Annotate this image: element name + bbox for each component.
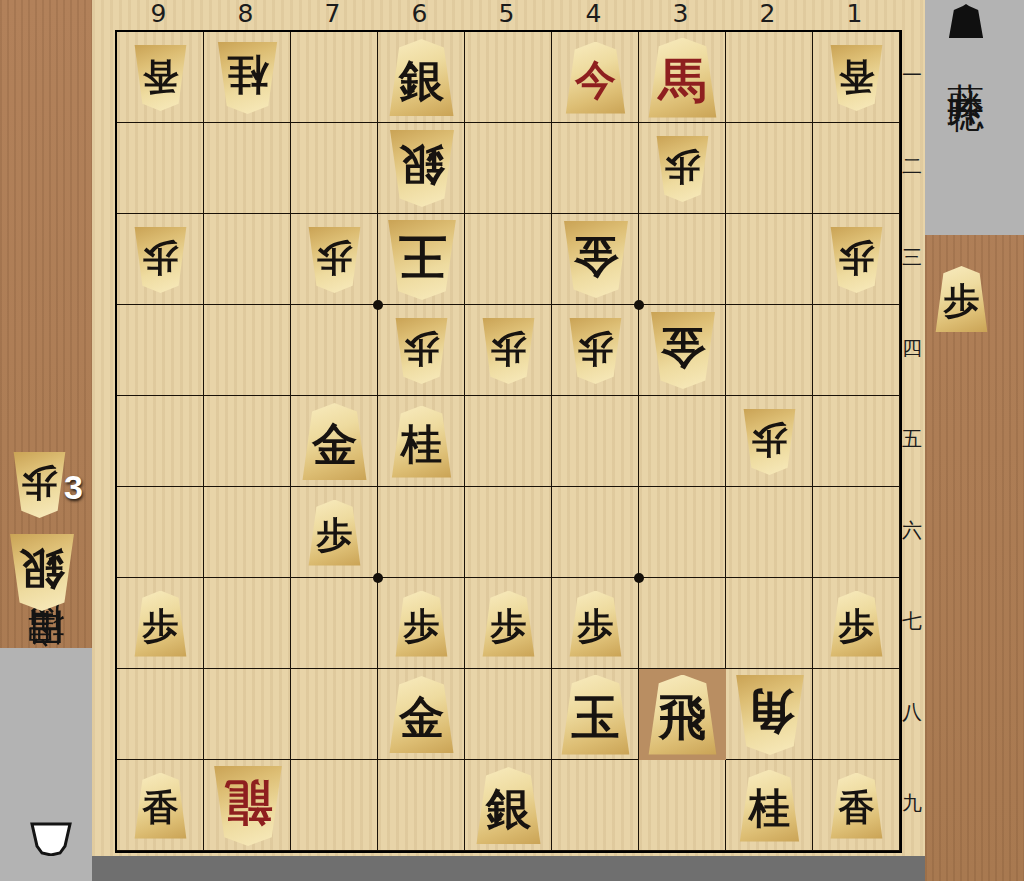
file-labels: 987654321 bbox=[115, 0, 898, 29]
square-9八[interactable] bbox=[117, 669, 204, 760]
sente-player-name: 藤井聡 bbox=[947, 53, 984, 74]
square-6三[interactable]: 王 bbox=[378, 214, 465, 305]
shogi-piece-角[interactable]: 角 bbox=[734, 675, 806, 755]
square-4九[interactable] bbox=[552, 760, 639, 851]
piece-glyph: 歩 bbox=[22, 458, 58, 507]
piece-glyph: 龍 bbox=[224, 770, 272, 834]
shogi-piece-歩[interactable]: 歩 bbox=[481, 318, 536, 384]
star-point bbox=[634, 300, 644, 310]
square-1二[interactable] bbox=[813, 123, 900, 214]
file-label-8: 8 bbox=[202, 0, 289, 29]
piece-glyph: 金 bbox=[399, 688, 444, 748]
rank-label-八: 八 bbox=[899, 667, 925, 758]
shogi-piece-歩[interactable]: 歩 bbox=[307, 500, 362, 566]
piece-glyph: 歩 bbox=[491, 323, 527, 372]
piece-glyph: 歩 bbox=[839, 232, 875, 281]
rank-label-七: 七 bbox=[899, 576, 925, 667]
shogi-piece-銀[interactable]: 銀 bbox=[388, 39, 456, 116]
file-label-4: 4 bbox=[550, 0, 637, 29]
piece-glyph: 銀 bbox=[486, 779, 531, 839]
bottom-strip bbox=[92, 856, 925, 881]
shogi-piece-香[interactable]: 香 bbox=[133, 773, 188, 839]
shogi-piece-歩[interactable]: 歩 bbox=[307, 227, 362, 293]
square-4一[interactable]: 今 bbox=[552, 32, 639, 123]
square-3七[interactable] bbox=[639, 578, 726, 669]
square-3五[interactable] bbox=[639, 396, 726, 487]
square-4八[interactable]: 玉 bbox=[552, 669, 639, 760]
shogi-piece-歩[interactable]: 歩 bbox=[481, 591, 536, 657]
board-grid: 香桂銀今馬香銀歩歩歩王金歩歩歩歩金金桂歩歩歩歩歩歩歩金玉飛角香龍銀桂香 bbox=[117, 32, 900, 851]
shogi-piece-歩[interactable]: 歩 bbox=[394, 591, 449, 657]
file-label-6: 6 bbox=[376, 0, 463, 29]
square-3八[interactable]: 飛 bbox=[639, 669, 726, 760]
shogi-piece-金[interactable]: 金 bbox=[388, 676, 456, 753]
piece-glyph: 桂 bbox=[227, 47, 268, 102]
shogi-piece-香[interactable]: 香 bbox=[829, 45, 884, 111]
file-label-7: 7 bbox=[289, 0, 376, 29]
piece-glyph: 銀 bbox=[20, 539, 65, 599]
square-5六[interactable] bbox=[465, 487, 552, 578]
piece-glyph: 王 bbox=[398, 224, 446, 288]
gote-player-name: 増田康 bbox=[27, 658, 64, 679]
rank-label-三: 三 bbox=[899, 212, 925, 303]
shogi-piece-歩[interactable]: 歩 bbox=[829, 591, 884, 657]
shogi-piece-歩[interactable]: 歩 bbox=[655, 136, 710, 202]
square-3一[interactable]: 馬 bbox=[639, 32, 726, 123]
piece-glyph: 歩 bbox=[578, 602, 614, 651]
square-3六[interactable] bbox=[639, 487, 726, 578]
piece-glyph: 馬 bbox=[659, 49, 707, 113]
square-2九[interactable]: 桂 bbox=[726, 760, 813, 851]
gote-turn-icon bbox=[30, 822, 72, 856]
square-2二[interactable] bbox=[726, 123, 813, 214]
piece-glyph: 歩 bbox=[752, 414, 788, 463]
piece-glyph: 歩 bbox=[143, 602, 179, 651]
square-7六[interactable]: 歩 bbox=[291, 487, 378, 578]
square-2六[interactable] bbox=[726, 487, 813, 578]
square-4三[interactable]: 金 bbox=[552, 214, 639, 305]
square-7四[interactable] bbox=[291, 305, 378, 396]
star-point bbox=[634, 573, 644, 583]
shogi-piece-金[interactable]: 金 bbox=[649, 312, 717, 389]
square-1七[interactable]: 歩 bbox=[813, 578, 900, 669]
square-1三[interactable]: 歩 bbox=[813, 214, 900, 305]
piece-glyph: 歩 bbox=[317, 511, 353, 560]
file-label-3: 3 bbox=[637, 0, 724, 29]
square-9三[interactable]: 歩 bbox=[117, 214, 204, 305]
piece-glyph: 銀 bbox=[399, 135, 444, 195]
piece-glyph: 歩 bbox=[578, 323, 614, 372]
square-3四[interactable]: 金 bbox=[639, 305, 726, 396]
shogi-piece-香[interactable]: 香 bbox=[829, 773, 884, 839]
square-2三[interactable] bbox=[726, 214, 813, 305]
square-6一[interactable]: 銀 bbox=[378, 32, 465, 123]
rank-label-六: 六 bbox=[899, 485, 925, 576]
piece-glyph: 歩 bbox=[143, 232, 179, 281]
star-point bbox=[373, 573, 383, 583]
square-4六[interactable] bbox=[552, 487, 639, 578]
square-9五[interactable] bbox=[117, 396, 204, 487]
piece-glyph: 角 bbox=[746, 679, 794, 743]
square-8二[interactable] bbox=[204, 123, 291, 214]
piece-glyph: 金 bbox=[573, 226, 618, 286]
square-9一[interactable]: 香 bbox=[117, 32, 204, 123]
square-9七[interactable]: 歩 bbox=[117, 578, 204, 669]
square-6二[interactable]: 銀 bbox=[378, 123, 465, 214]
piece-glyph: 歩 bbox=[404, 323, 440, 372]
square-6六[interactable] bbox=[378, 487, 465, 578]
piece-glyph: 香 bbox=[839, 50, 875, 99]
square-8九[interactable]: 龍 bbox=[204, 760, 291, 851]
rank-labels: 一二三四五六七八九 bbox=[899, 30, 925, 849]
square-5一[interactable] bbox=[465, 32, 552, 123]
shogi-piece-歩[interactable]: 歩 bbox=[394, 318, 449, 384]
file-label-2: 2 bbox=[724, 0, 811, 29]
shogi-piece-馬[interactable]: 馬 bbox=[647, 38, 719, 118]
square-8八[interactable] bbox=[204, 669, 291, 760]
square-9九[interactable]: 香 bbox=[117, 760, 204, 851]
rank-label-九: 九 bbox=[899, 758, 925, 849]
square-6七[interactable]: 歩 bbox=[378, 578, 465, 669]
shogi-piece-玉[interactable]: 玉 bbox=[560, 675, 632, 755]
square-2一[interactable] bbox=[726, 32, 813, 123]
square-5四[interactable]: 歩 bbox=[465, 305, 552, 396]
shogi-piece-香[interactable]: 香 bbox=[133, 45, 188, 111]
square-6八[interactable]: 金 bbox=[378, 669, 465, 760]
file-label-1: 1 bbox=[811, 0, 898, 29]
square-2八[interactable]: 角 bbox=[726, 669, 813, 760]
shogi-piece-銀[interactable]: 銀 bbox=[388, 130, 456, 207]
rank-label-一: 一 bbox=[899, 30, 925, 121]
square-1六[interactable] bbox=[813, 487, 900, 578]
piece-glyph: 銀 bbox=[399, 51, 444, 111]
rank-label-五: 五 bbox=[899, 394, 925, 485]
square-8五[interactable] bbox=[204, 396, 291, 487]
square-4二[interactable] bbox=[552, 123, 639, 214]
shogi-board: 香桂銀今馬香銀歩歩歩王金歩歩歩歩金金桂歩歩歩歩歩歩歩金玉飛角香龍銀桂香 bbox=[115, 30, 902, 853]
shogi-piece-歩[interactable]: 歩 bbox=[133, 591, 188, 657]
square-8一[interactable]: 桂 bbox=[204, 32, 291, 123]
square-4七[interactable]: 歩 bbox=[552, 578, 639, 669]
square-5二[interactable] bbox=[465, 123, 552, 214]
square-6四[interactable]: 歩 bbox=[378, 305, 465, 396]
square-3三[interactable] bbox=[639, 214, 726, 305]
square-3九[interactable] bbox=[639, 760, 726, 851]
square-6九[interactable] bbox=[378, 760, 465, 851]
square-7八[interactable] bbox=[291, 669, 378, 760]
square-1一[interactable]: 香 bbox=[813, 32, 900, 123]
square-9二[interactable] bbox=[117, 123, 204, 214]
piece-glyph: 歩 bbox=[404, 602, 440, 651]
piece-glyph: 歩 bbox=[839, 602, 875, 651]
square-5五[interactable] bbox=[465, 396, 552, 487]
piece-glyph: 歩 bbox=[491, 602, 527, 651]
square-5三[interactable] bbox=[465, 214, 552, 305]
square-2五[interactable]: 歩 bbox=[726, 396, 813, 487]
shogi-piece-歩[interactable]: 歩 bbox=[742, 409, 797, 475]
square-7一[interactable] bbox=[291, 32, 378, 123]
piece-glyph: 香 bbox=[839, 784, 875, 833]
shogi-piece-桂[interactable]: 桂 bbox=[216, 42, 279, 114]
piece-glyph: 桂 bbox=[749, 781, 790, 836]
square-1五[interactable] bbox=[813, 396, 900, 487]
piece-glyph: 金 bbox=[660, 317, 705, 377]
square-2七[interactable] bbox=[726, 578, 813, 669]
shogi-piece-金[interactable]: 金 bbox=[562, 221, 630, 298]
piece-glyph: 飛 bbox=[659, 686, 707, 750]
rank-label-二: 二 bbox=[899, 121, 925, 212]
file-label-9: 9 bbox=[115, 0, 202, 29]
shogi-piece-歩[interactable]: 歩 bbox=[133, 227, 188, 293]
piece-glyph: 香 bbox=[143, 50, 179, 99]
square-1九[interactable]: 香 bbox=[813, 760, 900, 851]
shogi-piece-銀[interactable]: 銀 bbox=[475, 767, 543, 844]
shogi-piece-金[interactable]: 金 bbox=[301, 403, 369, 480]
shogi-piece-王[interactable]: 王 bbox=[386, 220, 458, 300]
square-7二[interactable] bbox=[291, 123, 378, 214]
square-7五[interactable]: 金 bbox=[291, 396, 378, 487]
square-4四[interactable]: 歩 bbox=[552, 305, 639, 396]
square-7三[interactable]: 歩 bbox=[291, 214, 378, 305]
square-2四[interactable] bbox=[726, 305, 813, 396]
shogi-piece-桂[interactable]: 桂 bbox=[738, 770, 801, 842]
star-point bbox=[373, 300, 383, 310]
square-4五[interactable] bbox=[552, 396, 639, 487]
square-9四[interactable] bbox=[117, 305, 204, 396]
shogi-piece-今[interactable]: 今 bbox=[564, 42, 627, 114]
hand-count-label: 3 bbox=[64, 468, 83, 507]
square-5七[interactable]: 歩 bbox=[465, 578, 552, 669]
square-6五[interactable]: 桂 bbox=[378, 396, 465, 487]
piece-glyph: 香 bbox=[143, 784, 179, 833]
shogi-piece-桂[interactable]: 桂 bbox=[390, 406, 453, 478]
rank-label-四: 四 bbox=[899, 303, 925, 394]
square-3二[interactable]: 歩 bbox=[639, 123, 726, 214]
square-9六[interactable] bbox=[117, 487, 204, 578]
square-8六[interactable] bbox=[204, 487, 291, 578]
square-8三[interactable] bbox=[204, 214, 291, 305]
square-1四[interactable] bbox=[813, 305, 900, 396]
file-label-5: 5 bbox=[463, 0, 550, 29]
piece-glyph: 歩 bbox=[944, 277, 980, 326]
square-8四[interactable] bbox=[204, 305, 291, 396]
piece-glyph: 桂 bbox=[401, 417, 442, 472]
shogi-piece-龍[interactable]: 龍 bbox=[212, 766, 284, 846]
shogi-piece-歩[interactable]: 歩 bbox=[829, 227, 884, 293]
square-7七[interactable] bbox=[291, 578, 378, 669]
square-5八[interactable] bbox=[465, 669, 552, 760]
square-7九[interactable] bbox=[291, 760, 378, 851]
square-8七[interactable] bbox=[204, 578, 291, 669]
square-5九[interactable]: 銀 bbox=[465, 760, 552, 851]
shogi-piece-飛[interactable]: 飛 bbox=[647, 675, 719, 755]
square-1八[interactable] bbox=[813, 669, 900, 760]
piece-glyph: 今 bbox=[575, 53, 616, 108]
piece-glyph: 玉 bbox=[572, 686, 620, 750]
piece-glyph: 金 bbox=[312, 415, 357, 475]
shogi-piece-歩[interactable]: 歩 bbox=[568, 318, 623, 384]
shogi-piece-歩[interactable]: 歩 bbox=[568, 591, 623, 657]
piece-glyph: 歩 bbox=[317, 232, 353, 281]
shogi-app-screen: 987654321 一二三四五六七八九 香桂銀今馬香銀歩歩歩王金歩歩歩歩金金桂歩… bbox=[0, 0, 1024, 881]
piece-glyph: 歩 bbox=[665, 141, 701, 190]
